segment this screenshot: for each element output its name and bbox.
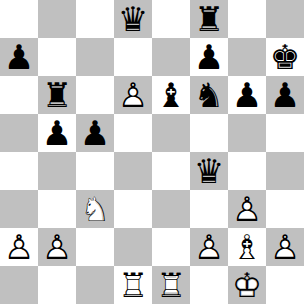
square-a3[interactable]: [0, 190, 38, 228]
square-h1[interactable]: [266, 266, 304, 304]
square-d2[interactable]: [114, 228, 152, 266]
black-king-icon[interactable]: ♚: [266, 38, 304, 76]
white-pawn-icon[interactable]: ♟♙: [190, 228, 228, 266]
black-queen-glyph: ♛: [190, 152, 228, 190]
black-bishop-icon[interactable]: ♝: [152, 76, 190, 114]
black-knight-glyph: ♞: [190, 76, 228, 114]
square-b8[interactable]: [38, 0, 76, 38]
square-b3[interactable]: [38, 190, 76, 228]
square-b1[interactable]: [38, 266, 76, 304]
square-e8[interactable]: [152, 0, 190, 38]
chess-board: ♛♜♟♟♚♜♟♙♝♞♟♟♟♟♛♞♘♟♙♟♙♟♙♟♙♝♗♟♙♜♖♜♖♚♔: [0, 0, 304, 304]
black-rook-icon[interactable]: ♜: [190, 0, 228, 38]
black-pawn-icon[interactable]: ♟: [0, 38, 38, 76]
black-knight-icon[interactable]: ♞: [190, 76, 228, 114]
square-b4[interactable]: [38, 152, 76, 190]
white-pawn-glyph: ♙: [266, 228, 304, 266]
square-f8[interactable]: ♜: [190, 0, 228, 38]
square-e2[interactable]: [152, 228, 190, 266]
square-c5[interactable]: ♟: [76, 114, 114, 152]
black-pawn-icon[interactable]: ♟: [266, 76, 304, 114]
square-d1[interactable]: ♜♖: [114, 266, 152, 304]
square-g5[interactable]: [228, 114, 266, 152]
square-b2[interactable]: ♟♙: [38, 228, 76, 266]
square-d4[interactable]: [114, 152, 152, 190]
white-king-glyph: ♔: [228, 266, 266, 304]
white-pawn-icon[interactable]: ♟♙: [266, 228, 304, 266]
square-d5[interactable]: [114, 114, 152, 152]
black-rook-glyph: ♜: [38, 76, 76, 114]
white-pawn-icon[interactable]: ♟♙: [114, 76, 152, 114]
square-a7[interactable]: ♟: [0, 38, 38, 76]
white-bishop-icon[interactable]: ♝♗: [228, 228, 266, 266]
square-e4[interactable]: [152, 152, 190, 190]
square-g2[interactable]: ♝♗: [228, 228, 266, 266]
white-knight-glyph: ♘: [76, 190, 114, 228]
black-pawn-glyph: ♟: [76, 114, 114, 152]
square-a4[interactable]: [0, 152, 38, 190]
square-a2[interactable]: ♟♙: [0, 228, 38, 266]
white-pawn-glyph: ♙: [38, 228, 76, 266]
white-rook-glyph: ♖: [152, 266, 190, 304]
black-pawn-icon[interactable]: ♟: [38, 114, 76, 152]
square-c6[interactable]: [76, 76, 114, 114]
black-queen-icon[interactable]: ♛: [114, 0, 152, 38]
white-bishop-glyph: ♗: [228, 228, 266, 266]
square-d7[interactable]: [114, 38, 152, 76]
white-pawn-icon[interactable]: ♟♙: [0, 228, 38, 266]
square-f2[interactable]: ♟♙: [190, 228, 228, 266]
square-e7[interactable]: [152, 38, 190, 76]
black-pawn-icon[interactable]: ♟: [190, 38, 228, 76]
square-d6[interactable]: ♟♙: [114, 76, 152, 114]
square-f6[interactable]: ♞: [190, 76, 228, 114]
square-a1[interactable]: [0, 266, 38, 304]
white-pawn-glyph: ♙: [0, 228, 38, 266]
square-e3[interactable]: [152, 190, 190, 228]
black-rook-glyph: ♜: [190, 0, 228, 38]
square-d8[interactable]: ♛: [114, 0, 152, 38]
square-g4[interactable]: [228, 152, 266, 190]
black-queen-glyph: ♛: [114, 0, 152, 38]
square-c1[interactable]: [76, 266, 114, 304]
square-g3[interactable]: ♟♙: [228, 190, 266, 228]
square-g1[interactable]: ♚♔: [228, 266, 266, 304]
black-bishop-glyph: ♝: [152, 76, 190, 114]
white-rook-icon[interactable]: ♜♖: [114, 266, 152, 304]
square-g6[interactable]: ♟: [228, 76, 266, 114]
square-b6[interactable]: ♜: [38, 76, 76, 114]
black-pawn-icon[interactable]: ♟: [76, 114, 114, 152]
square-e5[interactable]: [152, 114, 190, 152]
square-h3[interactable]: [266, 190, 304, 228]
square-h8[interactable]: [266, 0, 304, 38]
white-pawn-glyph: ♙: [114, 76, 152, 114]
black-pawn-glyph: ♟: [266, 76, 304, 114]
square-d3[interactable]: [114, 190, 152, 228]
square-c4[interactable]: [76, 152, 114, 190]
square-h7[interactable]: ♚: [266, 38, 304, 76]
square-f1[interactable]: [190, 266, 228, 304]
square-a6[interactable]: [0, 76, 38, 114]
black-rook-icon[interactable]: ♜: [38, 76, 76, 114]
square-h6[interactable]: ♟: [266, 76, 304, 114]
white-rook-icon[interactable]: ♜♖: [152, 266, 190, 304]
square-c2[interactable]: [76, 228, 114, 266]
black-pawn-icon[interactable]: ♟: [228, 76, 266, 114]
square-h5[interactable]: [266, 114, 304, 152]
black-pawn-glyph: ♟: [0, 38, 38, 76]
white-pawn-icon[interactable]: ♟♙: [38, 228, 76, 266]
black-pawn-glyph: ♟: [38, 114, 76, 152]
white-pawn-icon[interactable]: ♟♙: [228, 190, 266, 228]
black-king-glyph: ♚: [266, 38, 304, 76]
square-f3[interactable]: [190, 190, 228, 228]
square-b7[interactable]: [38, 38, 76, 76]
square-c3[interactable]: ♞♘: [76, 190, 114, 228]
white-rook-glyph: ♖: [114, 266, 152, 304]
black-queen-icon[interactable]: ♛: [190, 152, 228, 190]
square-a8[interactable]: [0, 0, 38, 38]
square-f4[interactable]: ♛: [190, 152, 228, 190]
square-g8[interactable]: [228, 0, 266, 38]
square-f7[interactable]: ♟: [190, 38, 228, 76]
black-pawn-glyph: ♟: [228, 76, 266, 114]
square-f5[interactable]: [190, 114, 228, 152]
white-king-icon[interactable]: ♚♔: [228, 266, 266, 304]
square-h4[interactable]: [266, 152, 304, 190]
square-c7[interactable]: [76, 38, 114, 76]
square-h2[interactable]: ♟♙: [266, 228, 304, 266]
white-pawn-glyph: ♙: [190, 228, 228, 266]
black-pawn-glyph: ♟: [190, 38, 228, 76]
white-pawn-glyph: ♙: [228, 190, 266, 228]
square-e6[interactable]: ♝: [152, 76, 190, 114]
square-a5[interactable]: [0, 114, 38, 152]
square-c8[interactable]: [76, 0, 114, 38]
square-e1[interactable]: ♜♖: [152, 266, 190, 304]
square-g7[interactable]: [228, 38, 266, 76]
square-b5[interactable]: ♟: [38, 114, 76, 152]
white-knight-icon[interactable]: ♞♘: [76, 190, 114, 228]
